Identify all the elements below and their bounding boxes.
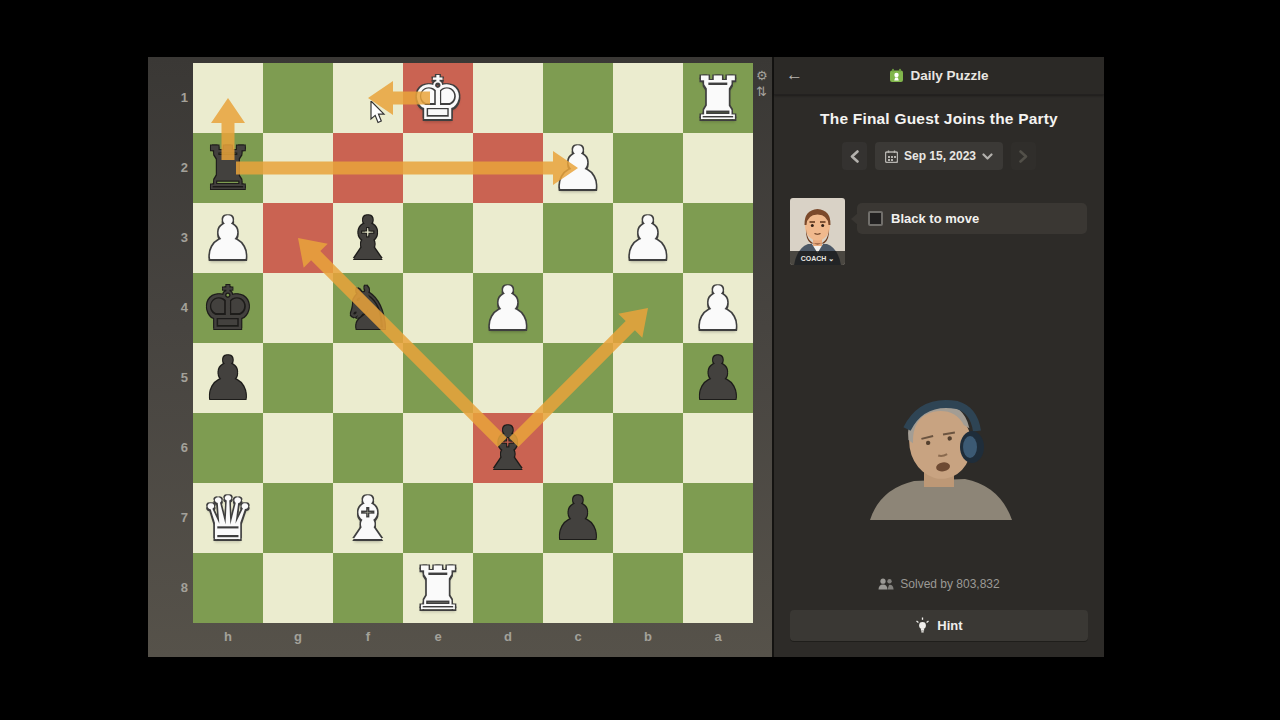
mouse-cursor bbox=[370, 101, 387, 125]
white-pawn-h3[interactable]: ♟ bbox=[201, 203, 255, 273]
next-puzzle-button[interactable] bbox=[1011, 142, 1036, 170]
flip-board-icon[interactable]: ⇅ bbox=[756, 85, 767, 99]
file-label-b: b bbox=[613, 629, 683, 644]
square-e5[interactable] bbox=[403, 343, 473, 413]
square-h3[interactable]: ♟ bbox=[193, 203, 263, 273]
chevron-down-icon bbox=[982, 153, 993, 160]
app-frame: ♚♜♜♟♟♝♟♚♞♟♟♟♟♝♛♝♟♜ 12345678hgfedcba ⚙ ⇅ … bbox=[148, 57, 1104, 657]
square-f6[interactable] bbox=[333, 413, 403, 483]
rank-label-7: 7 bbox=[154, 510, 188, 525]
white-rook-e8[interactable]: ♜ bbox=[411, 553, 465, 623]
square-b7[interactable] bbox=[613, 483, 683, 553]
svg-text:COACH ⌄: COACH ⌄ bbox=[801, 255, 834, 262]
rank-label-6: 6 bbox=[154, 440, 188, 455]
square-h5[interactable]: ♟ bbox=[193, 343, 263, 413]
file-label-e: e bbox=[403, 629, 473, 644]
square-b4[interactable] bbox=[613, 273, 683, 343]
square-a8[interactable] bbox=[683, 553, 753, 623]
white-pawn-c2[interactable]: ♟ bbox=[551, 133, 605, 203]
rank-label-3: 3 bbox=[154, 230, 188, 245]
square-b8[interactable] bbox=[613, 553, 683, 623]
square-g7[interactable] bbox=[263, 483, 333, 553]
square-h1[interactable] bbox=[193, 63, 263, 133]
square-h4[interactable]: ♚ bbox=[193, 273, 263, 343]
turn-indicator-text: Black to move bbox=[891, 211, 979, 226]
coach-speech-bubble: Black to move bbox=[857, 203, 1087, 234]
users-icon bbox=[878, 578, 894, 590]
square-g8[interactable] bbox=[263, 553, 333, 623]
square-d2[interactable] bbox=[473, 133, 543, 203]
square-f2[interactable] bbox=[333, 133, 403, 203]
square-g6[interactable] bbox=[263, 413, 333, 483]
puzzle-title: The Final Guest Joins the Party bbox=[774, 110, 1104, 128]
white-king-e1[interactable]: ♚ bbox=[411, 63, 465, 133]
calendar-icon bbox=[885, 150, 898, 163]
black-knight-f4[interactable]: ♞ bbox=[341, 273, 395, 343]
black-bishop-d6[interactable]: ♝ bbox=[481, 413, 535, 483]
square-e8[interactable]: ♜ bbox=[403, 553, 473, 623]
square-f7[interactable]: ♝ bbox=[333, 483, 403, 553]
file-label-d: d bbox=[473, 629, 543, 644]
hint-label: Hint bbox=[937, 618, 962, 633]
square-d6[interactable]: ♝ bbox=[473, 413, 543, 483]
square-a7[interactable] bbox=[683, 483, 753, 553]
previous-puzzle-button[interactable] bbox=[842, 142, 867, 170]
square-e7[interactable] bbox=[403, 483, 473, 553]
white-pawn-a4[interactable]: ♟ bbox=[691, 273, 745, 343]
square-f1[interactable] bbox=[333, 63, 403, 133]
white-pawn-b3[interactable]: ♟ bbox=[621, 203, 675, 273]
square-f8[interactable] bbox=[333, 553, 403, 623]
square-e3[interactable] bbox=[403, 203, 473, 273]
square-c7[interactable]: ♟ bbox=[543, 483, 613, 553]
square-d5[interactable] bbox=[473, 343, 543, 413]
square-f3[interactable]: ♝ bbox=[333, 203, 403, 273]
solved-by-row: Solved by 803,832 bbox=[774, 577, 1104, 591]
square-f5[interactable] bbox=[333, 343, 403, 413]
square-d7[interactable] bbox=[473, 483, 543, 553]
sidebar-header: ← Daily Puzzle bbox=[774, 57, 1104, 95]
lightbulb-icon bbox=[915, 617, 930, 634]
daily-puzzle-icon bbox=[889, 68, 904, 83]
square-c8[interactable] bbox=[543, 553, 613, 623]
square-a4[interactable]: ♟ bbox=[683, 273, 753, 343]
black-bishop-f3[interactable]: ♝ bbox=[341, 203, 395, 273]
white-rook-a1[interactable]: ♜ bbox=[691, 63, 745, 133]
square-c3[interactable] bbox=[543, 203, 613, 273]
square-c1[interactable] bbox=[543, 63, 613, 133]
square-c2[interactable]: ♟ bbox=[543, 133, 613, 203]
date-picker-button[interactable]: Sep 15, 2023 bbox=[875, 142, 1003, 170]
square-h7[interactable]: ♛ bbox=[193, 483, 263, 553]
hint-button[interactable]: Hint bbox=[790, 610, 1088, 641]
black-rook-h2[interactable]: ♜ bbox=[201, 133, 255, 203]
file-label-f: f bbox=[333, 629, 403, 644]
square-a3[interactable] bbox=[683, 203, 753, 273]
coach-avatar[interactable]: COACH ⌄ bbox=[790, 198, 845, 265]
square-b2[interactable] bbox=[613, 133, 683, 203]
square-e1[interactable]: ♚ bbox=[403, 63, 473, 133]
square-h6[interactable] bbox=[193, 413, 263, 483]
square-e4[interactable] bbox=[403, 273, 473, 343]
square-d4[interactable]: ♟ bbox=[473, 273, 543, 343]
chess-board[interactable]: ♚♜♜♟♟♝♟♚♞♟♟♟♟♝♛♝♟♜ bbox=[193, 63, 753, 623]
square-g3[interactable] bbox=[263, 203, 333, 273]
square-b5[interactable] bbox=[613, 343, 683, 413]
square-d1[interactable] bbox=[473, 63, 543, 133]
square-c6[interactable] bbox=[543, 413, 613, 483]
square-d8[interactable] bbox=[473, 553, 543, 623]
square-g5[interactable] bbox=[263, 343, 333, 413]
board-area: ♚♜♜♟♟♝♟♚♞♟♟♟♟♝♛♝♟♜ 12345678hgfedcba ⚙ ⇅ bbox=[148, 57, 772, 657]
square-b3[interactable]: ♟ bbox=[613, 203, 683, 273]
file-label-a: a bbox=[683, 629, 753, 644]
file-label-g: g bbox=[263, 629, 333, 644]
square-a6[interactable] bbox=[683, 413, 753, 483]
back-button[interactable]: ← bbox=[786, 65, 803, 85]
square-a1[interactable]: ♜ bbox=[683, 63, 753, 133]
gear-icon[interactable]: ⚙ bbox=[756, 69, 768, 83]
black-pawn-h5[interactable]: ♟ bbox=[201, 343, 255, 413]
square-c5[interactable] bbox=[543, 343, 613, 413]
black-pawn-c7[interactable]: ♟ bbox=[551, 483, 605, 553]
rank-label-5: 5 bbox=[154, 370, 188, 385]
white-bishop-f7[interactable]: ♝ bbox=[341, 483, 395, 553]
date-label: Sep 15, 2023 bbox=[904, 149, 976, 163]
square-e6[interactable] bbox=[403, 413, 473, 483]
solved-by-text: Solved by 803,832 bbox=[900, 577, 999, 591]
rank-label-1: 1 bbox=[154, 90, 188, 105]
webcam-video bbox=[862, 393, 1017, 520]
square-b6[interactable] bbox=[613, 413, 683, 483]
rank-label-8: 8 bbox=[154, 580, 188, 595]
chevron-right-icon bbox=[1019, 150, 1028, 163]
puzzle-sidebar: ← Daily Puzzle The Final Guest Joins the… bbox=[772, 57, 1104, 657]
square-h2[interactable]: ♜ bbox=[193, 133, 263, 203]
file-label-c: c bbox=[543, 629, 613, 644]
white-queen-h7[interactable]: ♛ bbox=[201, 483, 255, 553]
chevron-left-icon bbox=[850, 150, 859, 163]
black-pawn-a5[interactable]: ♟ bbox=[691, 343, 745, 413]
square-g1[interactable] bbox=[263, 63, 333, 133]
square-g2[interactable] bbox=[263, 133, 333, 203]
square-d3[interactable] bbox=[473, 203, 543, 273]
white-pawn-d4[interactable]: ♟ bbox=[481, 273, 535, 343]
file-label-h: h bbox=[193, 629, 263, 644]
rank-label-2: 2 bbox=[154, 160, 188, 175]
square-f4[interactable]: ♞ bbox=[333, 273, 403, 343]
sidebar-title: Daily Puzzle bbox=[910, 68, 988, 83]
square-e2[interactable] bbox=[403, 133, 473, 203]
date-navigation: Sep 15, 2023 bbox=[774, 142, 1104, 170]
black-turn-square-icon bbox=[868, 211, 883, 226]
square-a2[interactable] bbox=[683, 133, 753, 203]
square-b1[interactable] bbox=[613, 63, 683, 133]
square-c4[interactable] bbox=[543, 273, 613, 343]
square-h8[interactable] bbox=[193, 553, 263, 623]
square-g4[interactable] bbox=[263, 273, 333, 343]
black-king-h4[interactable]: ♚ bbox=[201, 273, 255, 343]
square-a5[interactable]: ♟ bbox=[683, 343, 753, 413]
rank-label-4: 4 bbox=[154, 300, 188, 315]
